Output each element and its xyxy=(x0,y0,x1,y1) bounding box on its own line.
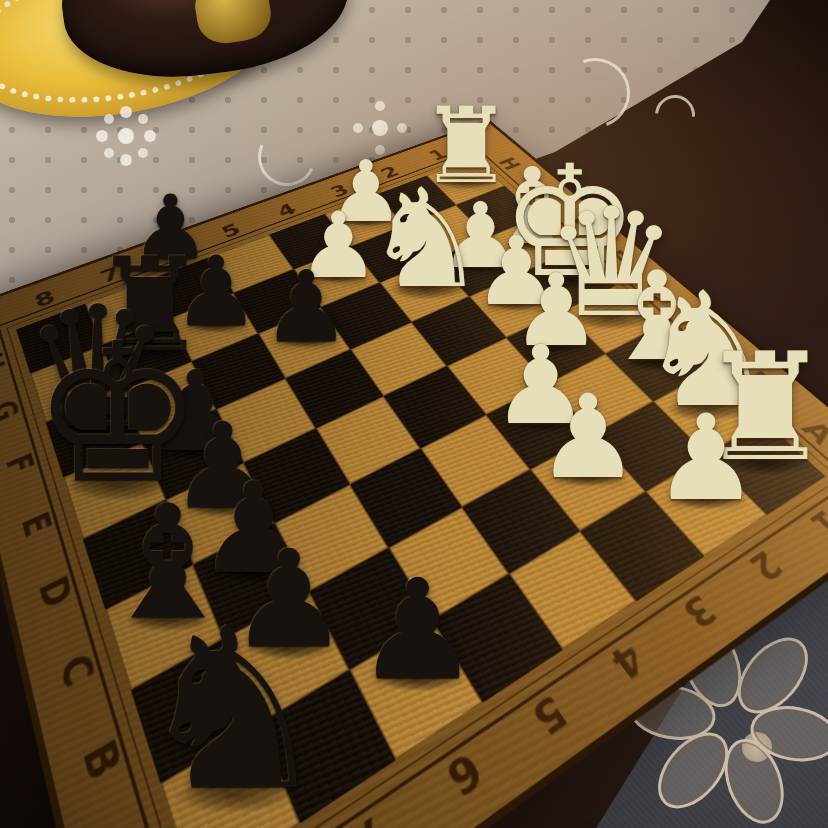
rank-label-5-right: 5 xyxy=(507,671,592,759)
rank-label-2-right: 2 xyxy=(726,532,804,601)
rank-label-1-right: 1 xyxy=(788,492,828,555)
file-label-H-rank8-edge: H xyxy=(0,342,17,386)
embroidered-flower-small xyxy=(118,128,134,144)
piece-white-knight-f3[interactable]: ♞ xyxy=(364,172,486,308)
rank-label-3-right: 3 xyxy=(659,575,739,649)
embroidery-curl xyxy=(647,87,703,143)
file-label-D-rank8-edge: D xyxy=(21,558,88,629)
piece-black-pawn-f5[interactable]: ♟ xyxy=(262,258,350,357)
embroidered-flower-large xyxy=(678,668,828,828)
rank-label-6-right: 6 xyxy=(421,726,508,823)
photo-scene: 1122334455667788HHGGFFEEDDCCBBAA ♜♞♝♛♚♝♜… xyxy=(0,0,828,828)
piece-white-pawn-a2[interactable]: ♟ xyxy=(653,399,759,518)
file-label-B-rank8-edge: B xyxy=(62,715,140,809)
rank-label-4-right: 4 xyxy=(586,621,669,702)
embroidered-flower-small xyxy=(372,120,388,136)
piece-white-pawn-b3[interactable]: ♟ xyxy=(536,380,640,496)
piece-black-knight-a8[interactable]: ♞ xyxy=(134,599,333,821)
piece-black-pawn-a6[interactable]: ♟ xyxy=(355,561,479,700)
